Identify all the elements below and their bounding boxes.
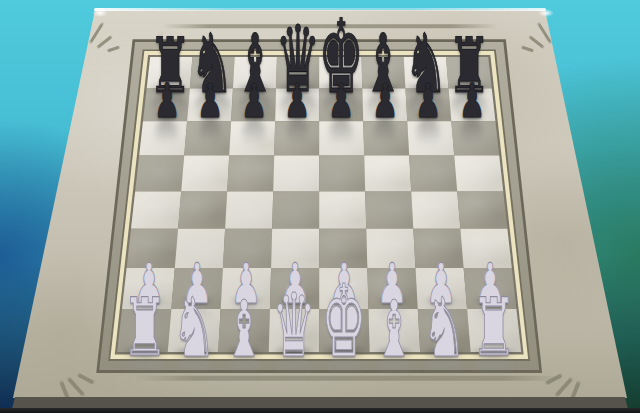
black-pawn-icon[interactable]: ♟: [153, 76, 180, 124]
black-pawn-icon[interactable]: ♟: [415, 76, 442, 124]
black-pawn-icon[interactable]: ♟: [197, 76, 224, 124]
white-bishop-icon[interactable]: ♝: [374, 290, 413, 368]
black-pawn-icon[interactable]: ♟: [328, 76, 355, 124]
white-rook-icon[interactable]: ♜: [122, 288, 168, 368]
black-pawn-icon[interactable]: ♟: [240, 76, 267, 124]
white-king-icon[interactable]: ♚: [322, 272, 367, 372]
black-pawn-icon[interactable]: ♟: [371, 76, 398, 124]
black-pawn-icon[interactable]: ♟: [284, 76, 311, 124]
bottom-shadow-strip: [0, 408, 640, 413]
white-rook-icon[interactable]: ♜: [471, 288, 517, 368]
white-bishop-icon[interactable]: ♝: [225, 290, 264, 368]
black-pawn-icon[interactable]: ♟: [458, 76, 485, 124]
white-knight-icon[interactable]: ♞: [422, 287, 466, 369]
rim-glint: [538, 9, 554, 17]
chess-game-scene: ♜♞♝♛♚♝♞♜♟♟♟♟♟♟♟♟♟♟♟♟♟♟♟♟♜♞♝♛♚♝♞♜: [0, 0, 640, 413]
rim-glint: [92, 9, 108, 17]
white-knight-icon[interactable]: ♞: [172, 287, 216, 369]
white-queen-icon[interactable]: ♛: [273, 282, 316, 370]
